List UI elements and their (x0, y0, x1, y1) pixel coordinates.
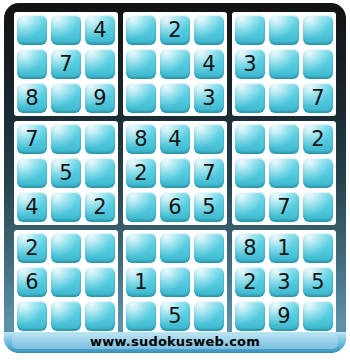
board-frame: 4789243377542842765272615812359 www.sudo… (4, 3, 346, 353)
cell-r4c2[interactable] (51, 124, 81, 154)
cell-r6c4[interactable] (126, 192, 156, 222)
cell-r3c7[interactable] (235, 83, 265, 113)
cell-r8c7[interactable]: 2 (235, 267, 265, 297)
url-strip: www.sudokusweb.com (12, 334, 338, 349)
cell-r8c8[interactable]: 3 (269, 267, 299, 297)
cell-r5c9[interactable] (303, 158, 333, 188)
cell-r8c4[interactable]: 1 (126, 267, 156, 297)
cell-r7c2[interactable] (51, 233, 81, 263)
sudoku-box-1-2: 27 (232, 121, 336, 225)
cell-r7c4[interactable] (126, 233, 156, 263)
cell-r3c1[interactable]: 8 (17, 83, 47, 113)
cell-r5c6[interactable]: 7 (194, 158, 224, 188)
cell-r2c8[interactable] (269, 49, 299, 79)
cell-r4c5[interactable]: 4 (160, 124, 190, 154)
cell-r6c1[interactable]: 4 (17, 192, 47, 222)
cell-r2c3[interactable] (85, 49, 115, 79)
sudoku-box-1-0: 7542 (14, 121, 118, 225)
cell-r2c9[interactable] (303, 49, 333, 79)
cell-r4c4[interactable]: 8 (126, 124, 156, 154)
cell-r5c3[interactable] (85, 158, 115, 188)
sudoku-box-0-1: 243 (123, 12, 227, 116)
cell-r5c8[interactable] (269, 158, 299, 188)
cell-r9c1[interactable] (17, 301, 47, 331)
cell-r2c2[interactable]: 7 (51, 49, 81, 79)
cell-r8c3[interactable] (85, 267, 115, 297)
site-url: www.sudokusweb.com (90, 334, 260, 349)
cell-r5c5[interactable] (160, 158, 190, 188)
cell-r4c3[interactable] (85, 124, 115, 154)
sudoku-box-2-2: 812359 (232, 230, 336, 334)
cell-r6c3[interactable]: 2 (85, 192, 115, 222)
cell-r9c5[interactable]: 5 (160, 301, 190, 331)
cell-r1c3[interactable]: 4 (85, 15, 115, 45)
cell-r2c5[interactable] (160, 49, 190, 79)
cell-r9c4[interactable] (126, 301, 156, 331)
sudoku-box-2-1: 15 (123, 230, 227, 334)
cell-r3c5[interactable] (160, 83, 190, 113)
sudoku-box-0-0: 4789 (14, 12, 118, 116)
cell-r4c8[interactable] (269, 124, 299, 154)
cell-r3c6[interactable]: 3 (194, 83, 224, 113)
cell-r1c4[interactable] (126, 15, 156, 45)
cell-r2c1[interactable] (17, 49, 47, 79)
cell-r7c6[interactable] (194, 233, 224, 263)
cell-r8c2[interactable] (51, 267, 81, 297)
cell-r8c9[interactable]: 5 (303, 267, 333, 297)
footer-band: www.sudokusweb.com (4, 332, 346, 353)
sudoku-box-2-0: 26 (14, 230, 118, 334)
sudoku-board: 4789243377542842765272615812359 (14, 12, 336, 334)
cell-r1c7[interactable] (235, 15, 265, 45)
cell-r3c2[interactable] (51, 83, 81, 113)
cell-r6c6[interactable]: 5 (194, 192, 224, 222)
cell-r4c1[interactable]: 7 (17, 124, 47, 154)
cell-r5c4[interactable]: 2 (126, 158, 156, 188)
sudoku-box-1-1: 842765 (123, 121, 227, 225)
cell-r3c8[interactable] (269, 83, 299, 113)
cell-r5c7[interactable] (235, 158, 265, 188)
cell-r5c1[interactable] (17, 158, 47, 188)
cell-r2c6[interactable]: 4 (194, 49, 224, 79)
cell-r9c2[interactable] (51, 301, 81, 331)
cell-r1c2[interactable] (51, 15, 81, 45)
cell-r6c7[interactable] (235, 192, 265, 222)
cell-r2c4[interactable] (126, 49, 156, 79)
cell-r5c2[interactable]: 5 (51, 158, 81, 188)
cell-r6c9[interactable] (303, 192, 333, 222)
cell-r4c6[interactable] (194, 124, 224, 154)
cell-r4c7[interactable] (235, 124, 265, 154)
cell-r7c8[interactable]: 1 (269, 233, 299, 263)
cell-r9c6[interactable] (194, 301, 224, 331)
cell-r1c6[interactable] (194, 15, 224, 45)
cell-r4c9[interactable]: 2 (303, 124, 333, 154)
sudoku-widget: 4789243377542842765272615812359 www.sudo… (0, 0, 350, 360)
cell-r7c1[interactable]: 2 (17, 233, 47, 263)
cell-r6c8[interactable]: 7 (269, 192, 299, 222)
cell-r6c5[interactable]: 6 (160, 192, 190, 222)
cell-r1c8[interactable] (269, 15, 299, 45)
sudoku-box-0-2: 37 (232, 12, 336, 116)
cell-r8c5[interactable] (160, 267, 190, 297)
cell-r7c9[interactable] (303, 233, 333, 263)
cell-r9c7[interactable] (235, 301, 265, 331)
cell-r3c4[interactable] (126, 83, 156, 113)
cell-r1c9[interactable] (303, 15, 333, 45)
cell-r9c8[interactable]: 9 (269, 301, 299, 331)
cell-r1c5[interactable]: 2 (160, 15, 190, 45)
cell-r9c9[interactable] (303, 301, 333, 331)
cell-r8c6[interactable] (194, 267, 224, 297)
cell-r9c3[interactable] (85, 301, 115, 331)
cell-r7c5[interactable] (160, 233, 190, 263)
cell-r8c1[interactable]: 6 (17, 267, 47, 297)
cell-r1c1[interactable] (17, 15, 47, 45)
cell-r7c7[interactable]: 8 (235, 233, 265, 263)
cell-r3c3[interactable]: 9 (85, 83, 115, 113)
cell-r7c3[interactable] (85, 233, 115, 263)
cell-r3c9[interactable]: 7 (303, 83, 333, 113)
cell-r6c2[interactable] (51, 192, 81, 222)
cell-r2c7[interactable]: 3 (235, 49, 265, 79)
